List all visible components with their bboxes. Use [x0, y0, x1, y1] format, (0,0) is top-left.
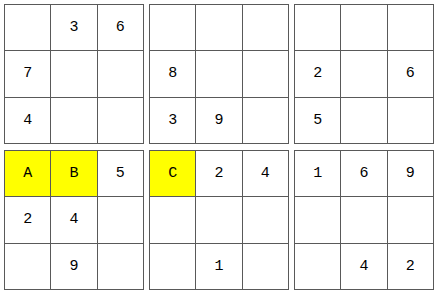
cell-r6c1[interactable]: [5, 244, 50, 289]
cell-r6c2[interactable]: 9: [51, 244, 96, 289]
cell-r3c9[interactable]: [388, 98, 433, 143]
cell-r4c2-highlighted[interactable]: B: [51, 151, 96, 196]
cell-r1c1[interactable]: [5, 5, 50, 50]
cell-r6c3[interactable]: [98, 244, 143, 289]
cell-r1c2[interactable]: 3: [51, 5, 96, 50]
cell-r2c5[interactable]: [196, 51, 241, 96]
cell-r1c6[interactable]: [243, 5, 288, 50]
box-r1c0: AB5249: [4, 150, 144, 290]
cell-r5c2[interactable]: 4: [51, 197, 96, 242]
cell-r4c6[interactable]: 4: [243, 151, 288, 196]
box-r1c2: 16942: [294, 150, 434, 290]
cell-r4c5[interactable]: 2: [196, 151, 241, 196]
cell-r3c4[interactable]: 3: [150, 98, 195, 143]
cell-r5c3[interactable]: [98, 197, 143, 242]
cell-r6c9[interactable]: 2: [388, 244, 433, 289]
cell-r5c8[interactable]: [341, 197, 386, 242]
cell-r6c7[interactable]: [295, 244, 340, 289]
cell-r1c3[interactable]: 6: [98, 5, 143, 50]
cell-r4c1-highlighted[interactable]: A: [5, 151, 50, 196]
cell-r4c4-highlighted[interactable]: C: [150, 151, 195, 196]
cell-r6c5[interactable]: 1: [196, 244, 241, 289]
cell-r4c9[interactable]: 9: [388, 151, 433, 196]
cell-r1c8[interactable]: [341, 5, 386, 50]
cell-r2c3[interactable]: [98, 51, 143, 96]
cell-r3c2[interactable]: [51, 98, 96, 143]
cell-r2c8[interactable]: [341, 51, 386, 96]
sudoku-board: 3674839265AB5249C24116942: [4, 4, 434, 290]
cell-r3c5[interactable]: 9: [196, 98, 241, 143]
box-r0c1: 839: [149, 4, 289, 144]
cell-r2c2[interactable]: [51, 51, 96, 96]
cell-r5c5[interactable]: [196, 197, 241, 242]
cell-r2c1[interactable]: 7: [5, 51, 50, 96]
cell-r2c9[interactable]: 6: [388, 51, 433, 96]
cell-r2c4[interactable]: 8: [150, 51, 195, 96]
cell-r4c8[interactable]: 6: [341, 151, 386, 196]
cell-r5c7[interactable]: [295, 197, 340, 242]
cell-r6c6[interactable]: [243, 244, 288, 289]
sudoku-diagram: 3674839265AB5249C24116942: [0, 0, 439, 298]
box-r1c1: C241: [149, 150, 289, 290]
cell-r4c7[interactable]: 1: [295, 151, 340, 196]
cell-r1c4[interactable]: [150, 5, 195, 50]
cell-r6c4[interactable]: [150, 244, 195, 289]
cell-r1c7[interactable]: [295, 5, 340, 50]
cell-r3c7[interactable]: 5: [295, 98, 340, 143]
box-r0c0: 3674: [4, 4, 144, 144]
cell-r3c1[interactable]: 4: [5, 98, 50, 143]
cell-r1c5[interactable]: [196, 5, 241, 50]
cell-r3c3[interactable]: [98, 98, 143, 143]
cell-r2c7[interactable]: 2: [295, 51, 340, 96]
cell-r5c1[interactable]: 2: [5, 197, 50, 242]
cell-r2c6[interactable]: [243, 51, 288, 96]
cell-r4c3[interactable]: 5: [98, 151, 143, 196]
cell-r5c9[interactable]: [388, 197, 433, 242]
cell-r1c9[interactable]: [388, 5, 433, 50]
cell-r5c6[interactable]: [243, 197, 288, 242]
cell-r5c4[interactable]: [150, 197, 195, 242]
cell-r3c8[interactable]: [341, 98, 386, 143]
cell-r6c8[interactable]: 4: [341, 244, 386, 289]
box-r0c2: 265: [294, 4, 434, 144]
cell-r3c6[interactable]: [243, 98, 288, 143]
